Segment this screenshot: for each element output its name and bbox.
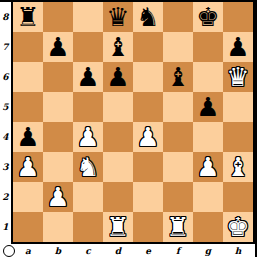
square-g2[interactable] [193,182,223,212]
square-c3[interactable]: ♞ [73,152,103,182]
piece-black-rook: ♜ [16,2,39,32]
file-label-c: c [73,244,103,257]
square-c8[interactable] [73,2,103,32]
file-label-g: g [193,244,223,257]
rank-label-4: 4 [0,122,11,152]
square-b3[interactable] [43,152,73,182]
piece-black-pawn: ♟ [46,32,69,62]
square-f5[interactable] [163,92,193,122]
square-g1[interactable] [193,212,223,242]
piece-black-pawn: ♟ [226,32,249,62]
piece-white-bishop: ♝ [226,152,249,182]
square-d7[interactable]: ♝ [103,32,133,62]
rank-label-8: 8 [0,2,11,32]
square-f8[interactable] [163,2,193,32]
square-f3[interactable] [163,152,193,182]
square-b5[interactable] [43,92,73,122]
square-c5[interactable] [73,92,103,122]
square-b4[interactable] [43,122,73,152]
square-b8[interactable] [43,2,73,32]
square-d8[interactable]: ♛ [103,2,133,32]
square-g5[interactable]: ♟ [193,92,223,122]
square-h1[interactable]: ♚ [223,212,253,242]
piece-black-king: ♚ [196,2,219,32]
piece-white-pawn: ♟ [76,122,99,152]
square-a1[interactable] [13,212,43,242]
square-h4[interactable] [223,122,253,152]
square-h8[interactable] [223,2,253,32]
file-label-h: h [223,244,253,257]
square-e3[interactable] [133,152,163,182]
piece-white-knight: ♞ [76,152,99,182]
square-b7[interactable]: ♟ [43,32,73,62]
file-label-e: e [133,244,163,257]
square-f2[interactable] [163,182,193,212]
square-a8[interactable]: ♜ [13,2,43,32]
square-b2[interactable]: ♟ [43,182,73,212]
file-label-f: f [163,244,193,257]
square-a7[interactable] [13,32,43,62]
square-g4[interactable] [193,122,223,152]
square-g8[interactable]: ♚ [193,2,223,32]
piece-black-pawn: ♟ [196,92,219,122]
piece-white-rook: ♜ [166,212,189,242]
piece-black-bishop: ♝ [106,32,129,62]
rank-label-3: 3 [0,152,11,182]
piece-white-pawn: ♟ [46,182,69,212]
square-b6[interactable] [43,62,73,92]
rank-label-6: 6 [0,62,11,92]
piece-white-pawn: ♟ [136,122,159,152]
square-h6[interactable]: ♛ [223,62,253,92]
square-c1[interactable] [73,212,103,242]
right-border-line [255,0,257,257]
square-a5[interactable] [13,92,43,122]
square-e7[interactable] [133,32,163,62]
square-b1[interactable] [43,212,73,242]
square-h3[interactable]: ♝ [223,152,253,182]
square-f6[interactable]: ♝ [163,62,193,92]
rank-label-5: 5 [0,92,11,122]
square-e6[interactable] [133,62,163,92]
rank-label-2: 2 [0,182,11,212]
file-label-d: d [103,244,133,257]
square-d1[interactable]: ♜ [103,212,133,242]
white-to-move-indicator [3,245,15,257]
rank-label-1: 1 [0,212,11,242]
square-h5[interactable] [223,92,253,122]
chess-diagram: ♜♛♞♚♟♝♟♟♟♝♛♟♟♟♟♟♞♟♝♟♜♜♚ 87654321 abcdefg… [0,0,257,257]
square-g3[interactable]: ♟ [193,152,223,182]
piece-black-pawn: ♟ [76,62,99,92]
piece-black-knight: ♞ [136,2,159,32]
square-d3[interactable] [103,152,133,182]
square-a4[interactable]: ♟ [13,122,43,152]
square-e2[interactable] [133,182,163,212]
square-c2[interactable] [73,182,103,212]
square-f1[interactable]: ♜ [163,212,193,242]
rank-label-7: 7 [0,32,11,62]
chess-board: ♜♛♞♚♟♝♟♟♟♝♛♟♟♟♟♟♞♟♝♟♜♜♚ [11,0,255,244]
square-d4[interactable] [103,122,133,152]
square-c6[interactable]: ♟ [73,62,103,92]
square-f4[interactable] [163,122,193,152]
piece-white-rook: ♜ [106,212,129,242]
piece-black-pawn: ♟ [106,62,129,92]
square-e4[interactable]: ♟ [133,122,163,152]
square-e1[interactable] [133,212,163,242]
file-label-a: a [13,244,43,257]
piece-black-bishop: ♝ [166,62,189,92]
square-a3[interactable]: ♟ [13,152,43,182]
square-g7[interactable] [193,32,223,62]
piece-white-pawn: ♟ [196,152,219,182]
square-d5[interactable] [103,92,133,122]
square-g6[interactable] [193,62,223,92]
square-d2[interactable] [103,182,133,212]
square-d6[interactable]: ♟ [103,62,133,92]
piece-white-pawn: ♟ [16,152,39,182]
file-label-b: b [43,244,73,257]
square-h7[interactable]: ♟ [223,32,253,62]
piece-white-queen: ♛ [226,62,249,92]
square-f7[interactable] [163,32,193,62]
square-e5[interactable] [133,92,163,122]
piece-black-pawn: ♟ [16,122,39,152]
square-a2[interactable] [13,182,43,212]
square-a6[interactable] [13,62,43,92]
square-c4[interactable]: ♟ [73,122,103,152]
square-c7[interactable] [73,32,103,62]
square-e8[interactable]: ♞ [133,2,163,32]
square-h2[interactable] [223,182,253,212]
piece-black-queen: ♛ [106,2,129,32]
piece-white-king: ♚ [226,212,249,242]
